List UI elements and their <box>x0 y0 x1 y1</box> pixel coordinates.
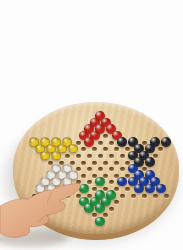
board-row-3 <box>17 126 183 133</box>
board-cell-r14-c4[interactable] <box>111 199 122 206</box>
hole[interactable] <box>109 207 114 211</box>
hole[interactable] <box>109 167 114 171</box>
board-cell-r7-c4[interactable] <box>73 153 84 160</box>
board-cell-r12-c10[interactable] <box>133 186 144 193</box>
board-cell-r8-c5[interactable] <box>89 159 100 166</box>
hole[interactable] <box>114 147 119 151</box>
board-row-9 <box>17 166 183 173</box>
board-cell-r9-c7[interactable] <box>117 166 128 173</box>
hole[interactable] <box>81 161 86 165</box>
board-cell-r7-c2[interactable] <box>51 153 62 160</box>
board-cell-r13-c12[interactable] <box>150 192 161 199</box>
board-cell-r13-c9[interactable] <box>117 192 128 199</box>
hole[interactable] <box>92 161 97 165</box>
board-cell-r7-c6[interactable] <box>95 153 106 160</box>
hole[interactable] <box>114 200 119 204</box>
hand-silhouette <box>0 183 81 237</box>
hole[interactable] <box>103 213 108 217</box>
hole[interactable] <box>92 147 97 151</box>
hole[interactable] <box>153 194 158 198</box>
hole[interactable] <box>120 167 125 171</box>
hole[interactable] <box>81 147 86 151</box>
board-cell-r5-c7[interactable] <box>95 139 106 146</box>
hole[interactable] <box>87 167 92 171</box>
hole[interactable] <box>114 187 119 191</box>
board-cell-r5-c13[interactable] <box>161 139 172 146</box>
hole[interactable] <box>158 147 163 151</box>
board-cell-r5-c8[interactable] <box>106 139 117 146</box>
board-cell-r5-c9[interactable] <box>117 139 128 146</box>
hole[interactable] <box>131 194 136 198</box>
hole[interactable] <box>103 134 108 138</box>
hole[interactable] <box>65 154 70 158</box>
board-cell-r15-c3[interactable] <box>106 205 117 212</box>
board-cell-r13-c11[interactable] <box>139 192 150 199</box>
board-cell-r11-c8[interactable] <box>117 179 128 186</box>
hole[interactable] <box>87 154 92 158</box>
board-cell-r8-c4[interactable] <box>78 159 89 166</box>
board-cell-r6-c5[interactable] <box>78 146 89 153</box>
scene <box>0 0 183 250</box>
board-cell-r5-c6[interactable] <box>84 139 95 146</box>
board-cell-r6-c8[interactable] <box>111 146 122 153</box>
board-cell-r9-c4[interactable] <box>84 166 95 173</box>
board-cell-r6-c4[interactable] <box>67 146 78 153</box>
board-cell-r8-c6[interactable] <box>100 159 111 166</box>
hole[interactable] <box>70 161 75 165</box>
board-cell-r7-c1[interactable] <box>40 153 51 160</box>
hole[interactable] <box>142 194 147 198</box>
board-cell-r7-c8[interactable] <box>117 153 128 160</box>
hole[interactable] <box>98 154 103 158</box>
board-cell-r7-c7[interactable] <box>106 153 117 160</box>
hole[interactable] <box>125 187 130 191</box>
hole[interactable] <box>103 174 108 178</box>
hole[interactable] <box>103 161 108 165</box>
hole[interactable] <box>109 154 114 158</box>
hole[interactable] <box>103 147 108 151</box>
hole[interactable] <box>76 154 81 158</box>
hole[interactable] <box>120 194 125 198</box>
board-cell-r12-c9[interactable] <box>122 186 133 193</box>
board-row-7 <box>17 153 183 160</box>
hole[interactable] <box>98 167 103 171</box>
board-cell-r9-c6[interactable] <box>106 166 117 173</box>
board-row-1 <box>17 113 183 120</box>
board-cell-r9-c5[interactable] <box>95 166 106 173</box>
hole[interactable] <box>120 154 125 158</box>
board-cell-r13-c10[interactable] <box>128 192 139 199</box>
board-cell-r8-c7[interactable] <box>111 159 122 166</box>
hole[interactable] <box>164 194 169 198</box>
hole[interactable] <box>114 161 119 165</box>
board-row-8 <box>17 159 183 166</box>
board-cell-r12-c11[interactable] <box>144 186 155 193</box>
board-cell-r4-c3[interactable] <box>100 133 111 140</box>
board-cell-r6-c7[interactable] <box>100 146 111 153</box>
hole[interactable] <box>109 141 114 145</box>
board-cell-r7-c5[interactable] <box>84 153 95 160</box>
board-cell-r12-c12[interactable] <box>155 186 166 193</box>
hole[interactable] <box>98 141 103 145</box>
board-cell-r13-c13[interactable] <box>161 192 172 199</box>
board-cell-r6-c12[interactable] <box>155 146 166 153</box>
player-hand <box>0 178 100 250</box>
board-cell-r7-c3[interactable] <box>62 153 73 160</box>
board-cell-r11-c7[interactable] <box>106 179 117 186</box>
hole[interactable] <box>109 180 114 184</box>
board-cell-r8-c10[interactable] <box>144 159 155 166</box>
board-cell-r6-c6[interactable] <box>89 146 100 153</box>
